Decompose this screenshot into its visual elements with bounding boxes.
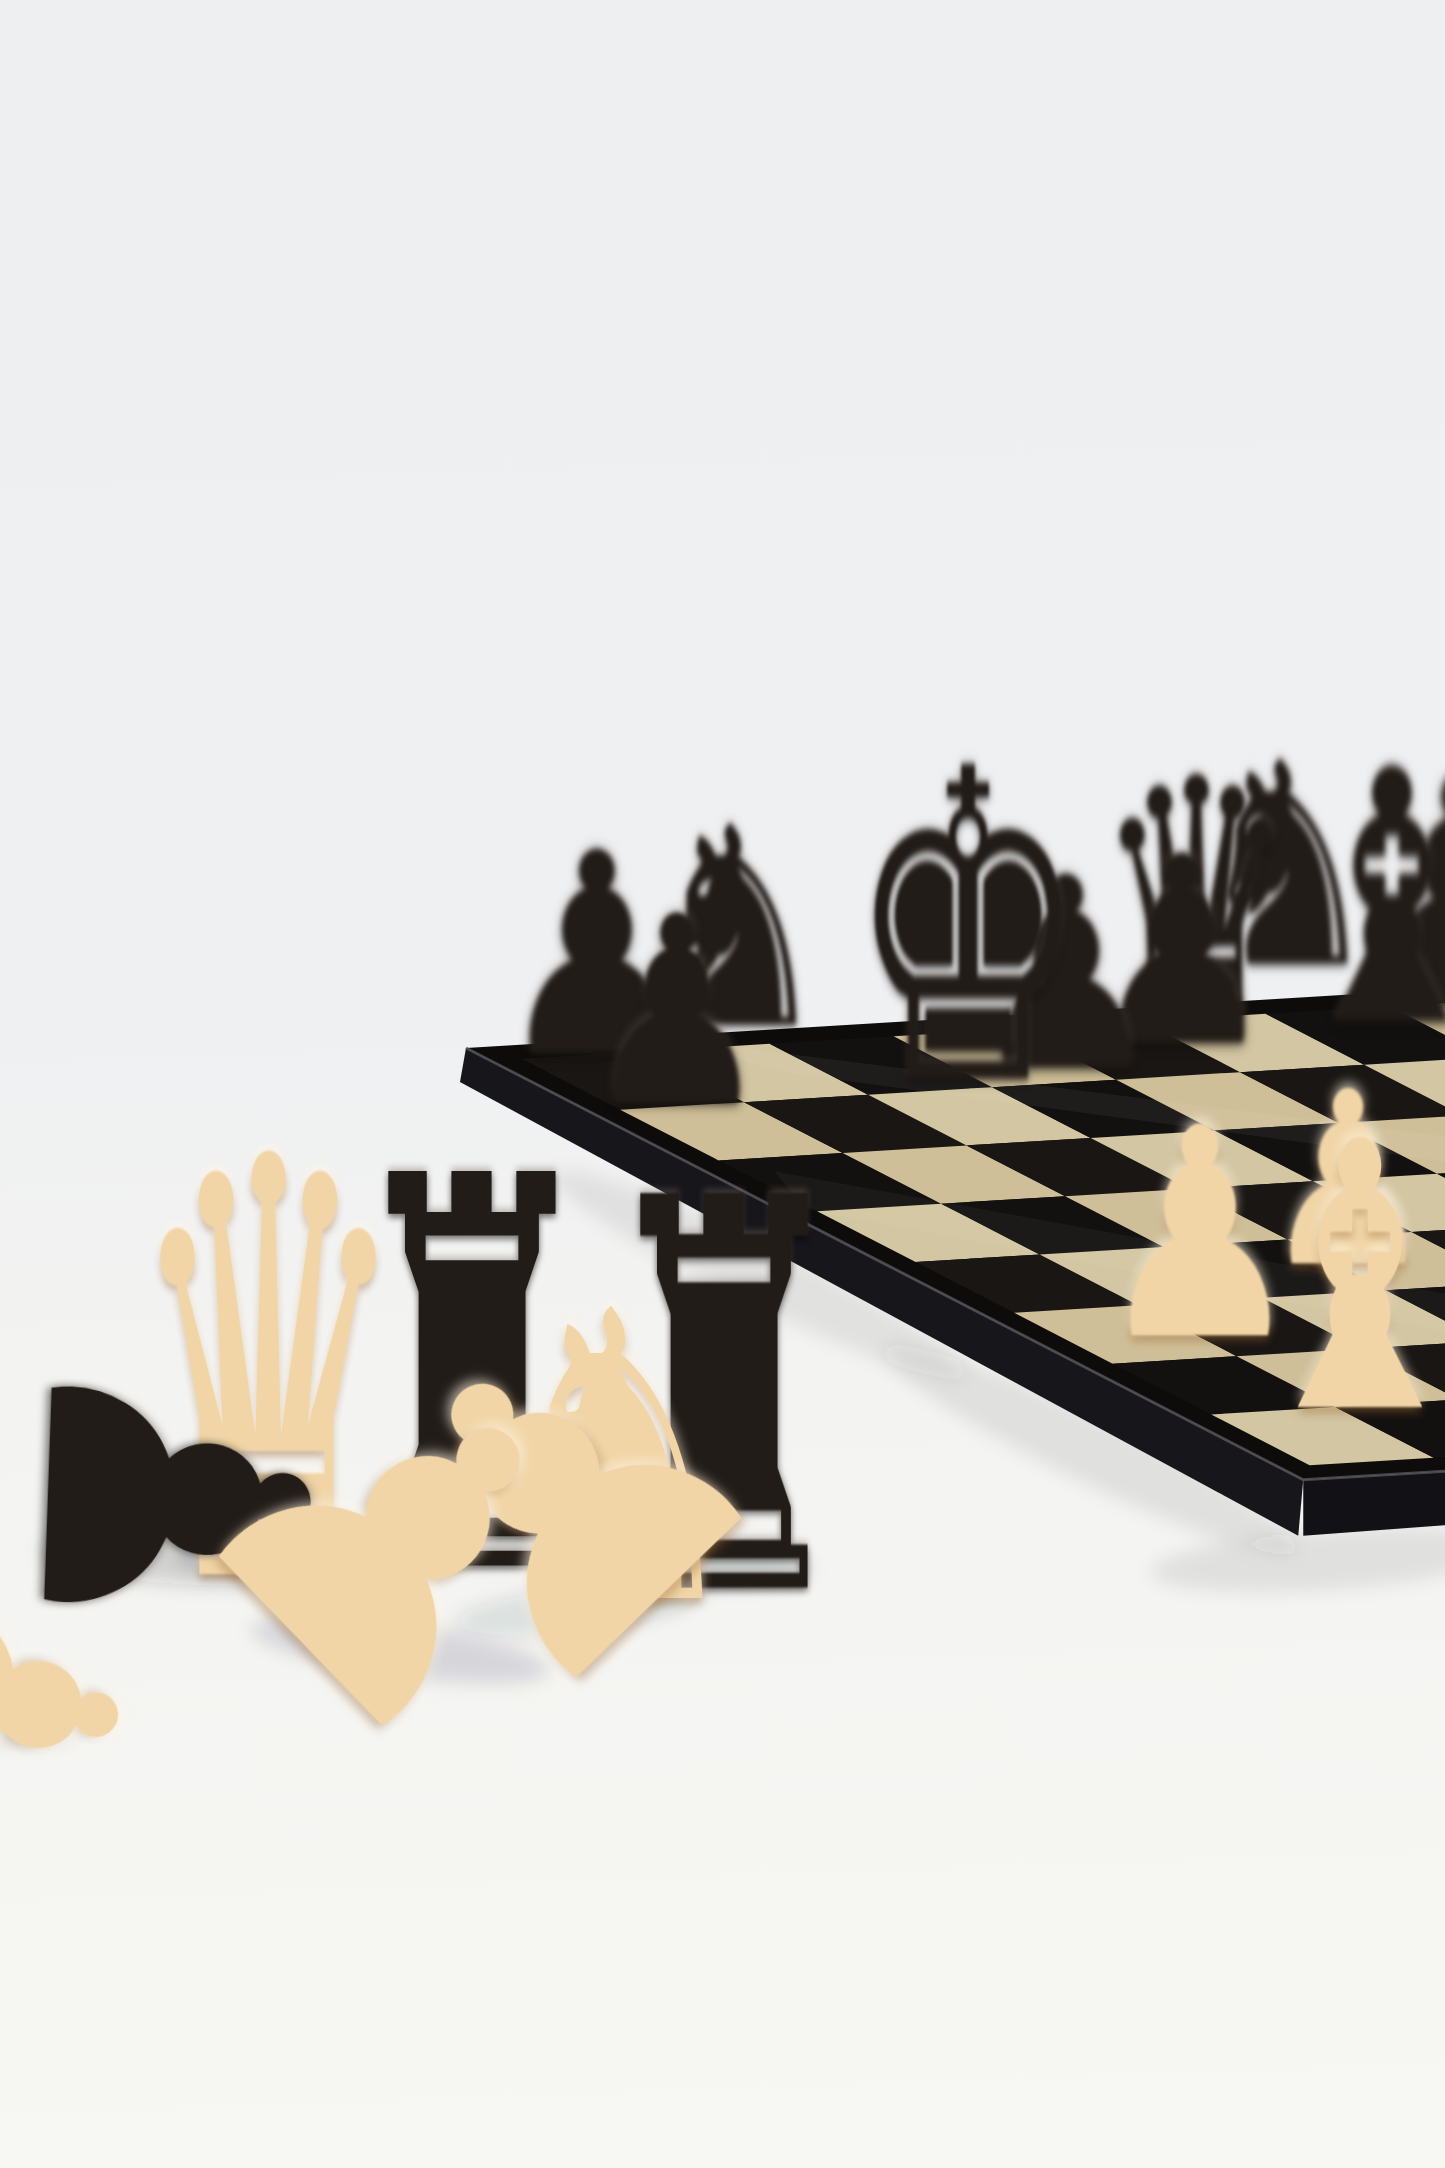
piece-white-bishop-b2[interactable]: ♝ xyxy=(1241,1094,1445,1464)
chess-photo-scene: ♞♟♛♝♞♟♟♟♚♟♟♟♝♜♛♜♟♞♟♟♟ xyxy=(0,0,1445,2168)
piece-black-king-d8[interactable]: ♚ xyxy=(848,714,1087,1144)
piece-white-pawn-table[interactable]: ♟ xyxy=(0,1552,172,1848)
pieces-layer: ♞♟♛♝♞♟♟♟♚♟♟♟♝♜♛♜♟♞♟♟♟ xyxy=(0,0,1445,2168)
piece-black-bishop-g7[interactable]: ♝ xyxy=(1282,725,1445,1075)
